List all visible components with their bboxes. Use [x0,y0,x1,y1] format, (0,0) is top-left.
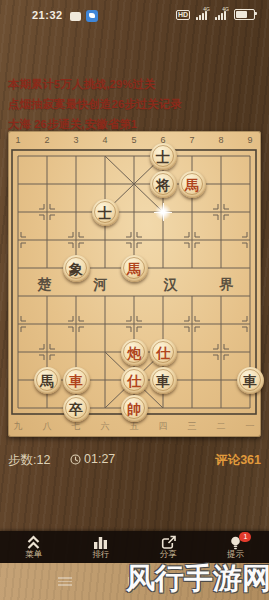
nav-label: 菜单 [25,550,42,559]
svg-text:五: 五 [130,421,139,431]
piece-black-elephant[interactable]: 象 [63,255,90,282]
svg-text:8: 8 [218,135,223,145]
comments-button[interactable]: 评论361 [215,452,261,469]
svg-text:八: 八 [43,421,52,431]
status-bar: 21:32 HD 4G 4G [0,6,269,26]
announcement-line-1: 本期累计5万人挑战,29%过关 [8,74,266,94]
step-counter: 步数:12 [8,452,50,469]
signal-icon: 4G [196,9,209,20]
nav-label: 分享 [160,550,177,559]
piece-red-advisor[interactable]: 仕 [121,367,148,394]
piece-black-chariot[interactable]: 車 [237,367,264,394]
watermark-text: 风行手游网 [126,559,269,599]
svg-text:4: 4 [102,135,107,145]
piece-red-general[interactable]: 帥 [121,395,148,422]
svg-text:汉 界: 汉 界 [163,276,253,292]
svg-text:7: 7 [189,135,194,145]
watermark-band: 风行手游网 [0,563,269,600]
svg-text:5: 5 [131,135,136,145]
svg-text:九: 九 [14,421,23,431]
menu-icon [25,535,42,550]
nav-label: 提示 [227,550,244,559]
piece-black-advisor[interactable]: 士 [150,143,177,170]
nav-item-ranking[interactable]: 排行 [76,535,126,559]
chat-icon [70,12,81,21]
clock-time: 21:32 [32,9,63,21]
piece-black-horse[interactable]: 馬 [34,367,61,394]
announcement-line-2: 点烟抽寂寞最快创造26步过关记录 [8,94,266,114]
svg-text:二: 二 [217,421,226,431]
app-screen: 21:32 HD 4G 4G 本期累计5万人挑战,29%过关 点烟抽寂寞最快创造… [0,0,269,600]
battery-icon [234,9,255,20]
piece-red-horse[interactable]: 馬 [121,255,148,282]
piece-red-chariot[interactable]: 車 [63,367,90,394]
list-icon [58,575,72,588]
nav-label: 排行 [92,550,109,559]
piece-black-advisor[interactable]: 士 [92,199,119,226]
nav-item-menu[interactable]: 菜单 [9,535,59,559]
svg-text:2: 2 [44,135,49,145]
nav-item-share[interactable]: 分享 [143,535,193,559]
piece-black-general[interactable]: 将 [150,171,177,198]
svg-text:三: 三 [188,421,197,431]
svg-text:六: 六 [101,421,110,431]
svg-text:一: 一 [246,421,255,431]
hint-badge: 1 [239,532,251,542]
piece-black-pawn[interactable]: 卒 [63,395,90,422]
svg-text:1: 1 [15,135,20,145]
ranking-icon [92,535,109,550]
timer: 01:27 [70,452,115,466]
info-bar: 步数:12 01:27 评论361 [8,452,261,470]
signal-icon: 4G [215,9,228,20]
svg-text:3: 3 [73,135,78,145]
hd-icon: HD [176,10,190,20]
piece-red-horse[interactable]: 馬 [179,171,206,198]
piece-black-chariot[interactable]: 車 [150,367,177,394]
announcement-block: 本期累计5万人挑战,29%过关 点烟抽寂寞最快创造26步过关记录 大海 26步通… [8,74,266,134]
clock-icon [70,454,81,465]
xiangqi-board[interactable]: 楚 河汉 界123456789九八七六五四三二一士将馬士象馬炮仕馬車仕車車卒帥 [8,131,261,437]
svg-text:七: 七 [71,421,81,431]
timer-value: 01:27 [84,452,115,466]
app-icon [86,10,98,22]
nav-item-hint[interactable]: 1 提示 [210,535,260,559]
piece-red-cannon[interactable]: 炮 [121,339,148,366]
svg-text:9: 9 [247,135,252,145]
piece-red-advisor[interactable]: 仕 [150,339,177,366]
svg-text:四: 四 [159,421,168,431]
share-icon [160,535,177,550]
